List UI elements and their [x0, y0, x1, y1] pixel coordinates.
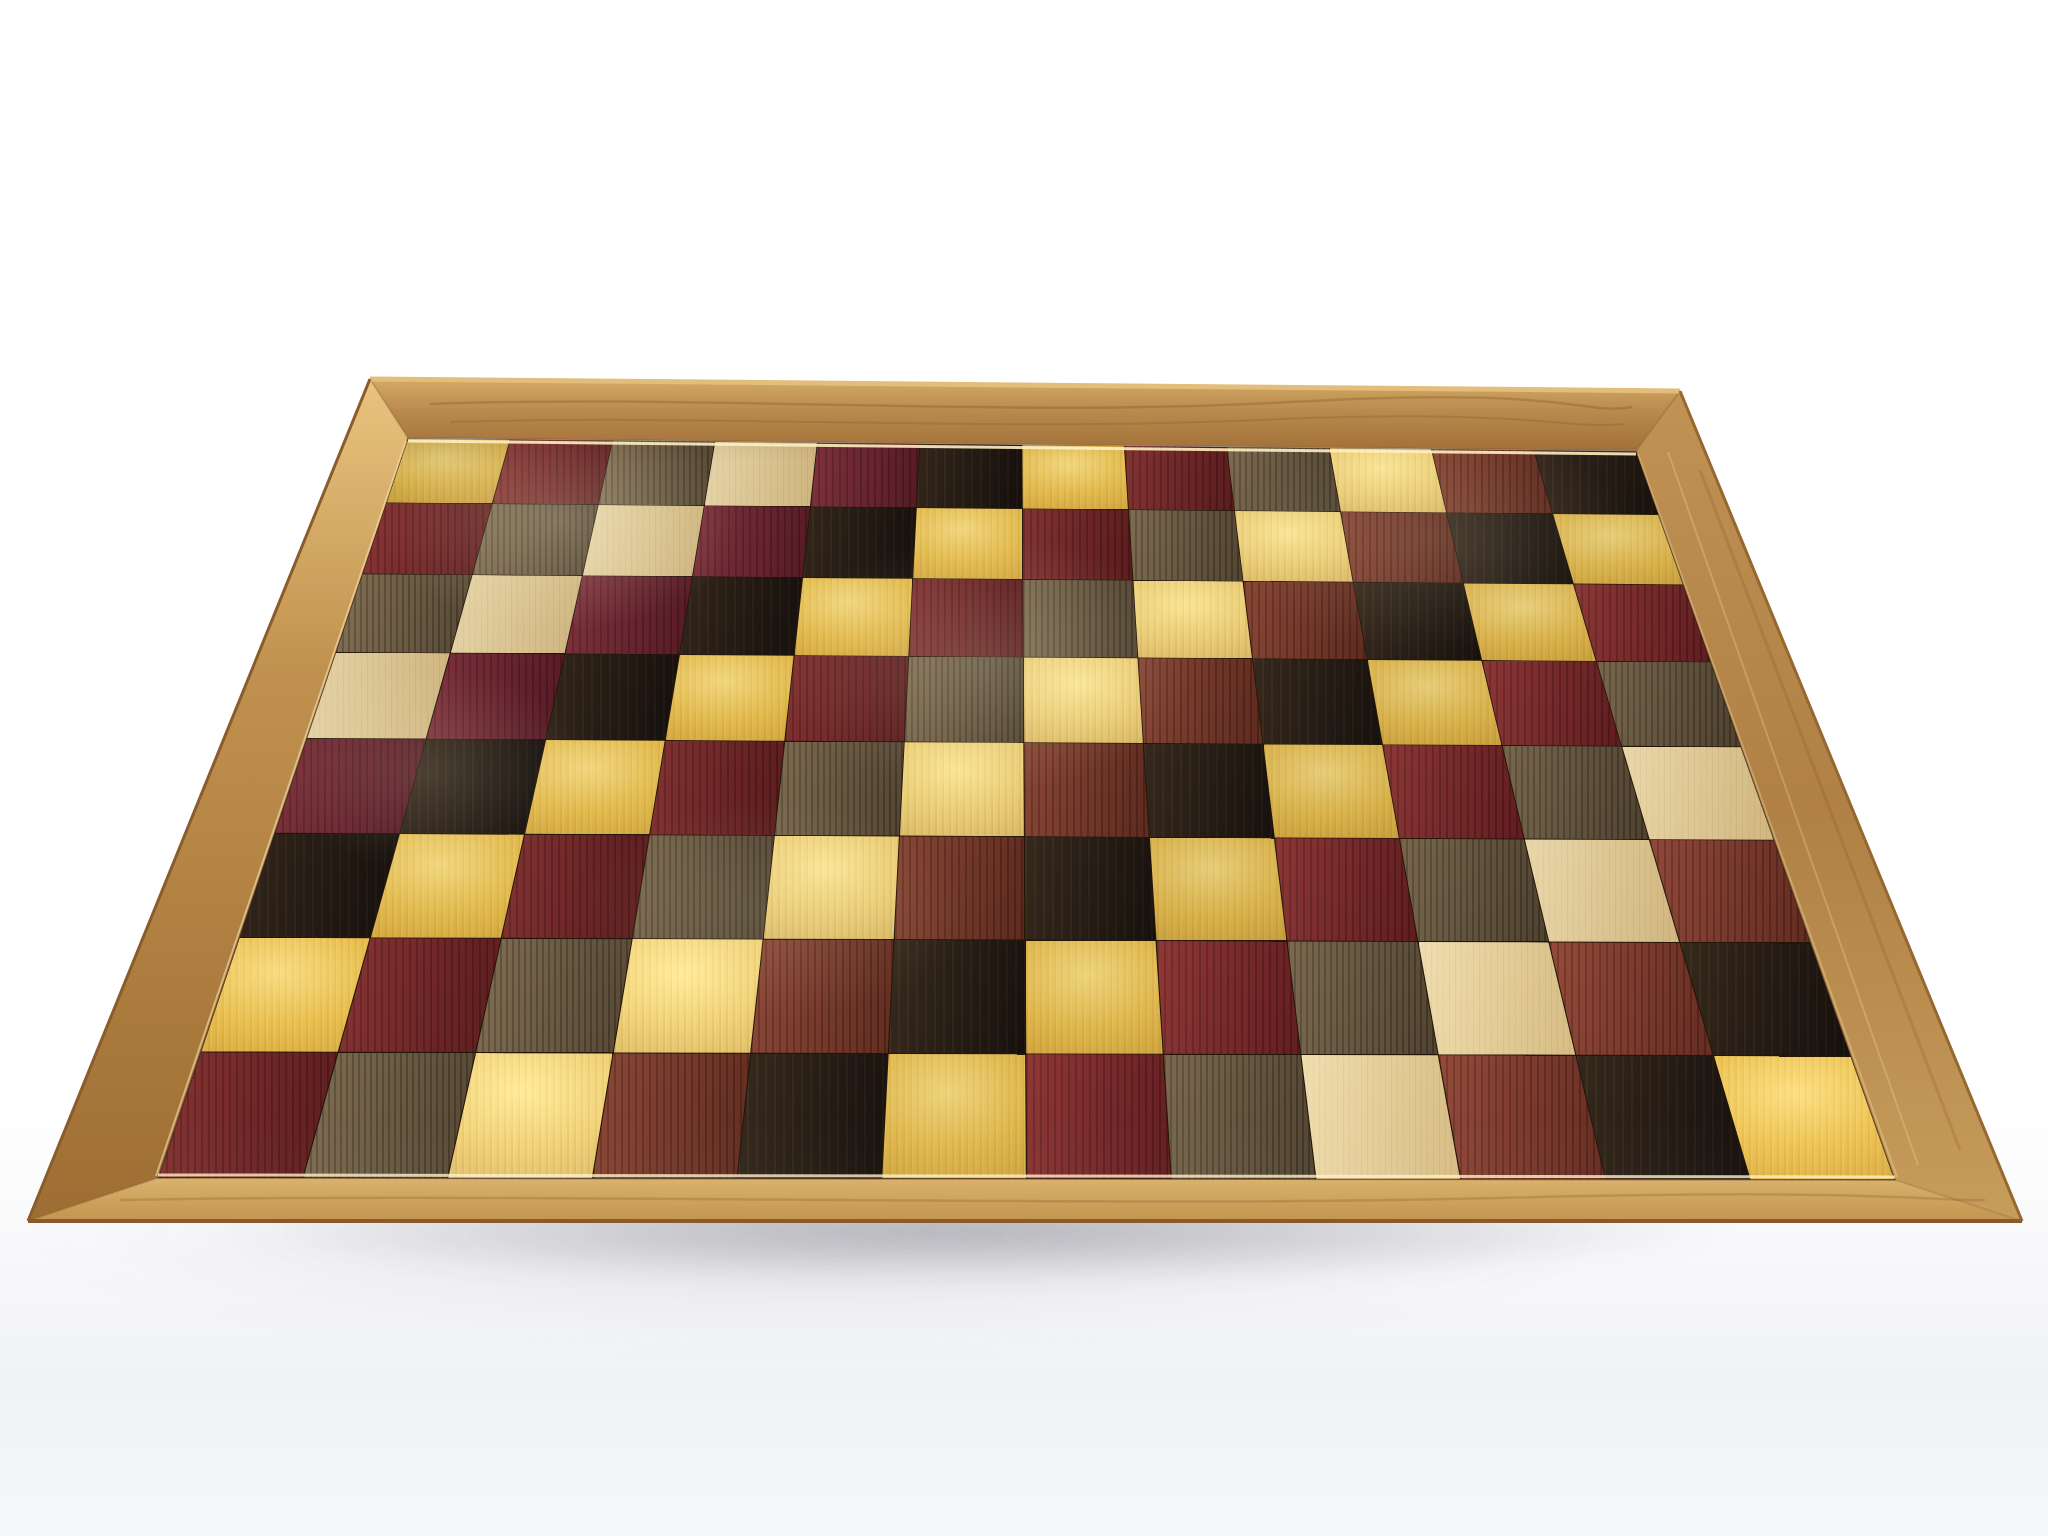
board-cell [363, 503, 492, 575]
board-cell [882, 1054, 1026, 1179]
board-cell [1354, 582, 1482, 660]
board-cell [476, 939, 631, 1053]
board-cell [680, 577, 802, 655]
board-cell [1026, 1054, 1170, 1178]
board-cell [693, 506, 810, 577]
board-cell [1368, 660, 1502, 745]
board-cell [614, 939, 763, 1053]
board-cell [307, 653, 450, 739]
board-cell [909, 579, 1023, 657]
board-surface [0, 0, 2048, 1536]
board-cell [633, 835, 774, 939]
board-cell [1419, 942, 1576, 1055]
board-cell [1553, 514, 1683, 585]
board-cell [795, 578, 913, 656]
board-cell [448, 1053, 612, 1178]
board-cell [240, 834, 399, 938]
board-cell [889, 940, 1025, 1053]
board-cell [1574, 584, 1710, 661]
board-cell [1244, 582, 1367, 660]
board-cell [1150, 838, 1287, 941]
tray-photo [0, 0, 2048, 1536]
board-cell [525, 740, 665, 834]
board-cell [336, 574, 472, 653]
board-cell [803, 507, 916, 578]
board-cell [905, 657, 1024, 743]
board-cell [1341, 512, 1463, 583]
board-cell [1264, 744, 1399, 838]
board-cell [895, 836, 1025, 939]
board-cell [1253, 659, 1382, 744]
board-cell [502, 835, 649, 939]
board-cell [1144, 744, 1274, 838]
board-cell [785, 656, 908, 742]
board-cell [599, 440, 715, 505]
board-cell [1464, 583, 1596, 661]
board-cell [775, 742, 904, 836]
board-cell [705, 442, 817, 507]
board-cell [1157, 941, 1301, 1054]
board-cell [1400, 839, 1548, 942]
board-cell [565, 576, 692, 654]
board-cell [275, 739, 425, 834]
board-cell [811, 443, 920, 508]
board-cell [1439, 1055, 1605, 1179]
board-cell [1301, 1055, 1460, 1179]
board-cell [1023, 580, 1137, 658]
board-cell [900, 742, 1024, 836]
board-cell [1622, 747, 1774, 840]
board-cell [593, 1053, 750, 1178]
board-cell [1235, 511, 1353, 582]
board-cell [1432, 449, 1552, 513]
board-cell [738, 1054, 888, 1179]
board-cell [1383, 745, 1524, 839]
board-cell [1024, 743, 1149, 837]
board-cell [427, 653, 565, 739]
board-cell [387, 438, 510, 503]
board-cell [1025, 837, 1156, 940]
board-cell [1534, 450, 1658, 514]
board-cell [1447, 513, 1573, 584]
board-cell [1129, 510, 1243, 581]
board-cell [1330, 448, 1447, 513]
board-cell [1482, 661, 1621, 746]
board-cell [751, 940, 893, 1054]
board-cell [451, 575, 582, 653]
board-cell [546, 654, 679, 740]
board-cell [583, 505, 704, 576]
board-cell [1026, 941, 1163, 1054]
board-cell [1022, 445, 1128, 510]
board-cell [400, 739, 545, 834]
board-cell [473, 504, 598, 575]
board-cell [1288, 941, 1438, 1054]
board-cell [917, 444, 1022, 509]
board-cell [1133, 581, 1252, 659]
board-cell [764, 836, 899, 939]
board-cell [1227, 447, 1340, 512]
board-cell [1024, 657, 1143, 743]
board-cell [1125, 446, 1234, 511]
board-cell [650, 741, 784, 835]
board-cell [493, 439, 613, 504]
board-cell [1023, 509, 1133, 580]
board-cell [1164, 1055, 1316, 1179]
board-cell [1597, 662, 1741, 747]
board-cell [913, 508, 1022, 579]
board-cell [1275, 838, 1417, 941]
board-cell [666, 655, 794, 741]
board-cell [1138, 658, 1262, 743]
